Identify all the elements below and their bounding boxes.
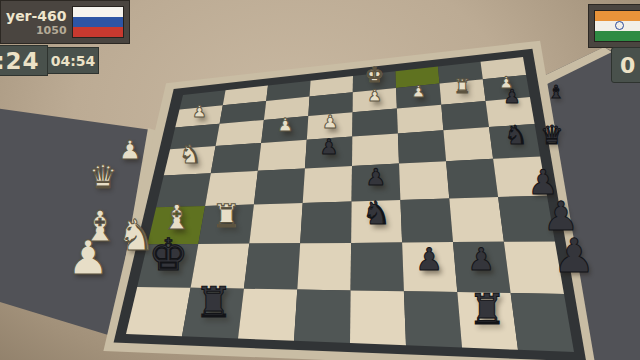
- clock-left-secondary: 04:54: [47, 47, 99, 74]
- piece-black-pawn-g7[interactable]: ♟: [467, 245, 495, 276]
- square-b3[interactable]: [216, 120, 264, 146]
- square-f4[interactable]: [398, 130, 446, 163]
- square-f5[interactable]: [399, 161, 449, 200]
- square-d5[interactable]: [303, 166, 352, 203]
- piece-white-king-e1[interactable]: ♚: [365, 65, 384, 86]
- player-card-left: yer-460 1050: [0, 0, 130, 44]
- game-stage: yer-460 1050 roc 850 7:24 04:54 0 ♜♜♚♟♟♝…: [0, 0, 640, 360]
- square-d7[interactable]: [297, 243, 351, 291]
- square-f8[interactable]: [404, 291, 462, 347]
- captured-white-pawn[interactable]: ♟: [67, 234, 109, 281]
- piece-black-pawn-f7[interactable]: ♟: [415, 244, 443, 275]
- square-c6[interactable]: [249, 203, 302, 244]
- piece-white-pawn-c3[interactable]: ♟: [277, 116, 293, 134]
- square-d8[interactable]: [294, 290, 351, 344]
- piece-black-pawn-d4[interactable]: ♟: [320, 137, 339, 158]
- square-g4[interactable]: [443, 127, 493, 161]
- captured-white-queen[interactable]: ♛: [89, 161, 118, 193]
- piece-black-pawn-e5[interactable]: ♟: [365, 166, 386, 189]
- piece-black-rook-b8[interactable]: ♜: [195, 282, 233, 324]
- clock-left-main: 7:24: [0, 45, 48, 76]
- piece-white-pawn-d3[interactable]: ♟: [322, 112, 338, 130]
- square-h8[interactable]: [511, 293, 574, 352]
- piece-white-pawn-e2[interactable]: ♟: [367, 88, 381, 104]
- square-c7[interactable]: [244, 243, 300, 289]
- chakra-icon: [615, 21, 624, 30]
- flag-india-icon: [594, 10, 640, 42]
- square-g6[interactable]: [449, 197, 504, 242]
- captured-black-pawn[interactable]: ♟: [503, 87, 520, 106]
- square-d6[interactable]: [300, 202, 351, 244]
- square-c5[interactable]: [254, 168, 305, 204]
- piece-black-rook-g8[interactable]: ♜: [468, 290, 506, 332]
- square-b4[interactable]: [211, 143, 261, 173]
- square-e4[interactable]: [352, 133, 399, 166]
- player-left-rating: 1050: [36, 24, 67, 37]
- square-f6[interactable]: [400, 199, 453, 243]
- captured-black-queen[interactable]: ♛: [540, 122, 563, 148]
- captured-black-bishop[interactable]: ♝: [548, 83, 564, 101]
- square-a8[interactable]: [126, 287, 191, 336]
- square-g5[interactable]: [446, 159, 498, 199]
- square-g3[interactable]: [441, 101, 489, 130]
- clock-right: 0: [611, 47, 640, 83]
- piece-black-king-a7[interactable]: ♚: [149, 233, 188, 277]
- square-f3[interactable]: [397, 105, 444, 134]
- piece-white-pawn-a2[interactable]: ♟: [192, 104, 206, 120]
- piece-black-knight-e6[interactable]: ♞: [362, 198, 391, 230]
- piece-white-rook-g2[interactable]: ♜: [454, 77, 471, 96]
- player-card-right: roc 850: [588, 4, 640, 48]
- captured-black-knight[interactable]: ♞: [504, 122, 527, 148]
- square-e7[interactable]: [351, 243, 404, 292]
- piece-white-knight-a4[interactable]: ♞: [179, 142, 201, 167]
- square-c8[interactable]: [238, 289, 297, 341]
- captured-white-pawn[interactable]: ♟: [118, 137, 141, 163]
- player-left-name: yer-460: [6, 8, 67, 24]
- piece-white-rook-b6[interactable]: ♜: [212, 200, 241, 232]
- square-e8[interactable]: [350, 290, 406, 345]
- flag-russia-icon: [72, 6, 124, 38]
- piece-white-pawn-f2[interactable]: ♟: [411, 84, 425, 100]
- square-e3[interactable]: [352, 109, 398, 137]
- square-c4[interactable]: [258, 140, 307, 171]
- captured-black-pawn[interactable]: ♟: [553, 232, 595, 279]
